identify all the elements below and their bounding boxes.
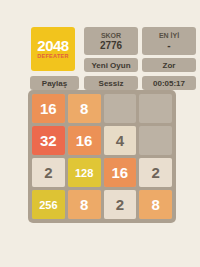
tile-256: 256 — [32, 190, 65, 219]
logo-subtitle: DEFEATER — [37, 53, 69, 60]
best-score-box: EN İYİ - — [142, 27, 196, 55]
board-cell: 256 — [32, 190, 65, 219]
board-cell: 16 — [68, 126, 101, 155]
tile-32: 32 — [32, 126, 65, 155]
board-cell: 32 — [32, 126, 65, 155]
tile-2: 2 — [139, 158, 172, 187]
logo-title: 2048 — [37, 38, 68, 53]
score-label: SKOR — [101, 31, 121, 40]
board-grid[interactable]: 168321642128162256828 — [28, 90, 176, 223]
board-cell — [104, 94, 137, 123]
board-cell — [139, 126, 172, 155]
board-cell: 4 — [104, 126, 137, 155]
board-cell: 16 — [104, 158, 137, 187]
tile-16: 16 — [32, 94, 65, 123]
tile-16: 16 — [104, 158, 137, 187]
tile-8: 8 — [139, 190, 172, 219]
score-box: SKOR 2776 — [84, 27, 138, 55]
app-screen: 2048 DEFEATER SKOR 2776 EN İYİ - Yeni Oy… — [0, 0, 200, 267]
board-cell: 2 — [32, 158, 65, 187]
difficulty-button[interactable]: Zor — [142, 58, 196, 72]
board-cell: 16 — [32, 94, 65, 123]
tile-8: 8 — [68, 94, 101, 123]
tile-8: 8 — [68, 190, 101, 219]
new-game-button[interactable]: Yeni Oyun — [84, 58, 138, 72]
board-cell: 8 — [68, 190, 101, 219]
board-cell: 8 — [68, 94, 101, 123]
timer-display: 00:05:17 — [142, 76, 196, 90]
tile-128: 128 — [68, 158, 101, 187]
board-cell: 8 — [139, 190, 172, 219]
best-score-label: EN İYİ — [159, 31, 179, 40]
board-cell: 2 — [104, 190, 137, 219]
logo-tile: 2048 DEFEATER — [31, 27, 75, 71]
tile-2: 2 — [32, 158, 65, 187]
board-cell: 128 — [68, 158, 101, 187]
tile-4: 4 — [104, 126, 137, 155]
tile-2: 2 — [104, 190, 137, 219]
share-button[interactable]: Paylaş — [30, 76, 79, 90]
board-cell: 2 — [139, 158, 172, 187]
best-score-value: - — [167, 40, 170, 51]
tile-16: 16 — [68, 126, 101, 155]
mute-button[interactable]: Sessiz — [84, 76, 138, 90]
score-value: 2776 — [100, 40, 122, 51]
board-cell — [139, 94, 172, 123]
